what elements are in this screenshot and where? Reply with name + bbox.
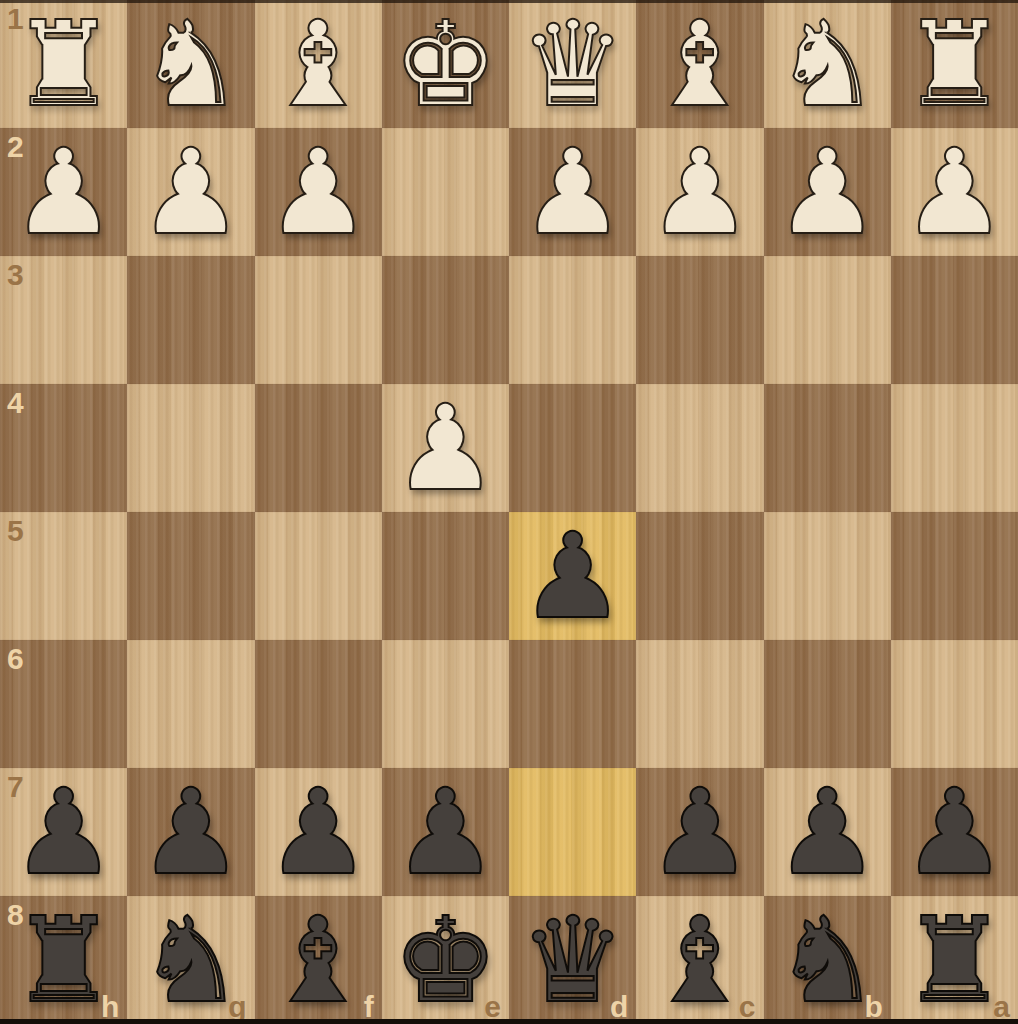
square-e6[interactable]: [382, 640, 509, 768]
white-rook-a1[interactable]: ♜: [901, 5, 1007, 123]
square-a6[interactable]: [891, 640, 1018, 768]
square-b2[interactable]: ♟: [764, 128, 891, 256]
square-h7[interactable]: ♟7: [0, 768, 127, 896]
square-f7[interactable]: ♟: [255, 768, 382, 896]
square-c1[interactable]: ♝: [636, 0, 763, 128]
square-e2[interactable]: [382, 128, 509, 256]
square-a2[interactable]: ♟: [891, 128, 1018, 256]
black-pawn-a7[interactable]: ♟: [901, 773, 1007, 891]
square-c2[interactable]: ♟: [636, 128, 763, 256]
square-f1[interactable]: ♝: [255, 0, 382, 128]
square-e4[interactable]: ♟: [382, 384, 509, 512]
square-g4[interactable]: [127, 384, 254, 512]
black-knight-g8[interactable]: ♞: [138, 901, 244, 1019]
square-e3[interactable]: [382, 256, 509, 384]
white-pawn-g2[interactable]: ♟: [138, 133, 244, 251]
square-g3[interactable]: [127, 256, 254, 384]
square-b8[interactable]: ♞b: [764, 896, 891, 1024]
square-b5[interactable]: [764, 512, 891, 640]
black-bishop-f8[interactable]: ♝: [265, 901, 371, 1019]
square-g8[interactable]: ♞g: [127, 896, 254, 1024]
square-d6[interactable]: [509, 640, 636, 768]
square-e8[interactable]: ♚e: [382, 896, 509, 1024]
white-pawn-c2[interactable]: ♟: [647, 133, 753, 251]
white-knight-g1[interactable]: ♞: [138, 5, 244, 123]
black-pawn-g7[interactable]: ♟: [138, 773, 244, 891]
chess-board: ♜1♞♝♚♛♝♞♜♟2♟♟♟♟♟♟34♟5♟6♟7♟♟♟♟♟♟♜8h♞g♝f♚e…: [0, 0, 1018, 1024]
square-d8[interactable]: ♛d: [509, 896, 636, 1024]
rank-label-6: 6: [7, 644, 24, 674]
black-rook-a8[interactable]: ♜: [901, 901, 1007, 1019]
white-bishop-c1[interactable]: ♝: [647, 5, 753, 123]
square-h2[interactable]: ♟2: [0, 128, 127, 256]
square-g6[interactable]: [127, 640, 254, 768]
square-d2[interactable]: ♟: [509, 128, 636, 256]
square-g5[interactable]: [127, 512, 254, 640]
square-a7[interactable]: ♟: [891, 768, 1018, 896]
black-pawn-d5[interactable]: ♟: [520, 517, 626, 635]
square-f6[interactable]: [255, 640, 382, 768]
square-h1[interactable]: ♜1: [0, 0, 127, 128]
square-d3[interactable]: [509, 256, 636, 384]
square-a1[interactable]: ♜: [891, 0, 1018, 128]
square-h4[interactable]: 4: [0, 384, 127, 512]
square-b3[interactable]: [764, 256, 891, 384]
black-pawn-e7[interactable]: ♟: [392, 773, 498, 891]
square-c3[interactable]: [636, 256, 763, 384]
white-king-e1[interactable]: ♚: [392, 5, 498, 123]
black-pawn-b7[interactable]: ♟: [774, 773, 880, 891]
white-pawn-b2[interactable]: ♟: [774, 133, 880, 251]
black-pawn-c7[interactable]: ♟: [647, 773, 753, 891]
square-h8[interactable]: ♜8h: [0, 896, 127, 1024]
black-pawn-f7[interactable]: ♟: [265, 773, 371, 891]
white-bishop-f1[interactable]: ♝: [265, 5, 371, 123]
square-e7[interactable]: ♟: [382, 768, 509, 896]
square-f2[interactable]: ♟: [255, 128, 382, 256]
square-h3[interactable]: 3: [0, 256, 127, 384]
rank-label-5: 5: [7, 516, 24, 546]
square-c5[interactable]: [636, 512, 763, 640]
square-d1[interactable]: ♛: [509, 0, 636, 128]
white-queen-d1[interactable]: ♛: [520, 5, 626, 123]
square-f4[interactable]: [255, 384, 382, 512]
square-b7[interactable]: ♟: [764, 768, 891, 896]
square-c7[interactable]: ♟: [636, 768, 763, 896]
square-a8[interactable]: ♜a: [891, 896, 1018, 1024]
square-a3[interactable]: [891, 256, 1018, 384]
square-g1[interactable]: ♞: [127, 0, 254, 128]
square-h5[interactable]: 5: [0, 512, 127, 640]
white-pawn-f2[interactable]: ♟: [265, 133, 371, 251]
square-b4[interactable]: [764, 384, 891, 512]
square-d5[interactable]: ♟: [509, 512, 636, 640]
square-a5[interactable]: [891, 512, 1018, 640]
square-a4[interactable]: [891, 384, 1018, 512]
square-c4[interactable]: [636, 384, 763, 512]
black-queen-d8[interactable]: ♛: [520, 901, 626, 1019]
square-f8[interactable]: ♝f: [255, 896, 382, 1024]
square-c8[interactable]: ♝c: [636, 896, 763, 1024]
square-e1[interactable]: ♚: [382, 0, 509, 128]
black-king-e8[interactable]: ♚: [392, 901, 498, 1019]
black-bishop-c8[interactable]: ♝: [647, 901, 753, 1019]
rank-label-3: 3: [7, 260, 24, 290]
square-d7[interactable]: [509, 768, 636, 896]
white-pawn-e4[interactable]: ♟: [392, 389, 498, 507]
rank-label-4: 4: [7, 388, 24, 418]
square-e5[interactable]: [382, 512, 509, 640]
square-c6[interactable]: [636, 640, 763, 768]
square-g2[interactable]: ♟: [127, 128, 254, 256]
square-h6[interactable]: 6: [0, 640, 127, 768]
white-pawn-a2[interactable]: ♟: [901, 133, 1007, 251]
black-knight-b8[interactable]: ♞: [774, 901, 880, 1019]
black-rook-h8[interactable]: ♜: [11, 901, 117, 1019]
square-d4[interactable]: [509, 384, 636, 512]
white-pawn-h2[interactable]: ♟: [11, 133, 117, 251]
square-b1[interactable]: ♞: [764, 0, 891, 128]
square-f3[interactable]: [255, 256, 382, 384]
square-f5[interactable]: [255, 512, 382, 640]
white-knight-b1[interactable]: ♞: [774, 5, 880, 123]
black-pawn-h7[interactable]: ♟: [11, 773, 117, 891]
white-pawn-d2[interactable]: ♟: [520, 133, 626, 251]
square-g7[interactable]: ♟: [127, 768, 254, 896]
white-rook-h1[interactable]: ♜: [11, 5, 117, 123]
square-b6[interactable]: [764, 640, 891, 768]
